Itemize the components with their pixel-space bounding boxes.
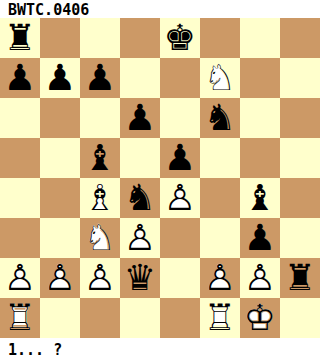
piece-outline: ♙ (84, 258, 116, 298)
square-g2[interactable]: ♟♙ (240, 258, 280, 298)
square-h4[interactable] (280, 178, 320, 218)
square-h2[interactable]: ♜ (280, 258, 320, 298)
piece-fill: ♜ (284, 258, 316, 298)
white-pawn[interactable]: ♟♙ (240, 258, 280, 298)
square-d6[interactable]: ♟ (120, 98, 160, 138)
white-pawn[interactable]: ♟♙ (200, 258, 240, 298)
white-knight[interactable]: ♞♘ (200, 58, 240, 98)
black-pawn[interactable]: ♟ (160, 138, 200, 178)
piece-fill: ♟ (4, 58, 36, 98)
white-bishop[interactable]: ♝♗ (80, 178, 120, 218)
white-pawn[interactable]: ♟♙ (120, 218, 160, 258)
square-h7[interactable] (280, 58, 320, 98)
square-e3[interactable] (160, 218, 200, 258)
piece-outline: ♙ (204, 258, 236, 298)
square-d8[interactable] (120, 18, 160, 58)
square-f4[interactable] (200, 178, 240, 218)
square-c2[interactable]: ♟♙ (80, 258, 120, 298)
square-b8[interactable] (40, 18, 80, 58)
square-e4[interactable]: ♟♙ (160, 178, 200, 218)
black-rook[interactable]: ♜ (0, 18, 40, 58)
piece-outline: ♘ (84, 218, 116, 258)
piece-fill: ♟ (124, 98, 156, 138)
square-e6[interactable] (160, 98, 200, 138)
white-pawn[interactable]: ♟♙ (160, 178, 200, 218)
piece-outline: ♙ (4, 258, 36, 298)
piece-fill: ♟ (164, 138, 196, 178)
black-bishop[interactable]: ♝ (80, 138, 120, 178)
piece-fill: ♟ (84, 58, 116, 98)
square-a5[interactable] (0, 138, 40, 178)
square-g5[interactable] (240, 138, 280, 178)
square-a4[interactable] (0, 178, 40, 218)
white-pawn[interactable]: ♟♙ (0, 258, 40, 298)
white-rook[interactable]: ♜♖ (200, 298, 240, 338)
square-g4[interactable]: ♝ (240, 178, 280, 218)
puzzle-title: BWTC.0406 (0, 0, 320, 18)
square-b3[interactable] (40, 218, 80, 258)
piece-outline: ♗ (84, 178, 116, 218)
square-e5[interactable]: ♟ (160, 138, 200, 178)
square-e7[interactable] (160, 58, 200, 98)
square-h1[interactable] (280, 298, 320, 338)
black-pawn[interactable]: ♟ (0, 58, 40, 98)
black-knight[interactable]: ♞ (200, 98, 240, 138)
square-f2[interactable]: ♟♙ (200, 258, 240, 298)
square-a8[interactable]: ♜ (0, 18, 40, 58)
white-king[interactable]: ♚♔ (240, 298, 280, 338)
piece-outline: ♙ (164, 178, 196, 218)
square-g3[interactable]: ♟ (240, 218, 280, 258)
square-d3[interactable]: ♟♙ (120, 218, 160, 258)
piece-fill: ♞ (204, 98, 236, 138)
black-pawn[interactable]: ♟ (80, 58, 120, 98)
square-f5[interactable] (200, 138, 240, 178)
square-c5[interactable]: ♝ (80, 138, 120, 178)
piece-fill: ♜ (4, 18, 36, 58)
black-pawn[interactable]: ♟ (120, 98, 160, 138)
square-g7[interactable] (240, 58, 280, 98)
piece-fill: ♝ (84, 138, 116, 178)
square-b1[interactable] (40, 298, 80, 338)
piece-outline: ♙ (44, 258, 76, 298)
white-knight[interactable]: ♞♘ (80, 218, 120, 258)
piece-outline: ♙ (244, 258, 276, 298)
piece-fill: ♛ (124, 258, 156, 298)
square-a3[interactable] (0, 218, 40, 258)
square-c7[interactable]: ♟ (80, 58, 120, 98)
white-rook[interactable]: ♜♖ (0, 298, 40, 338)
piece-fill: ♟ (44, 58, 76, 98)
square-a6[interactable] (0, 98, 40, 138)
white-pawn[interactable]: ♟♙ (80, 258, 120, 298)
square-h8[interactable] (280, 18, 320, 58)
square-b4[interactable] (40, 178, 80, 218)
piece-outline: ♔ (244, 298, 276, 338)
square-d1[interactable] (120, 298, 160, 338)
square-f6[interactable]: ♞ (200, 98, 240, 138)
square-d2[interactable]: ♛ (120, 258, 160, 298)
square-f8[interactable] (200, 18, 240, 58)
square-h6[interactable] (280, 98, 320, 138)
black-king[interactable]: ♚ (160, 18, 200, 58)
piece-outline: ♘ (204, 58, 236, 98)
square-g6[interactable] (240, 98, 280, 138)
square-d4[interactable]: ♞ (120, 178, 160, 218)
square-e1[interactable] (160, 298, 200, 338)
square-g1[interactable]: ♚♔ (240, 298, 280, 338)
move-prompt: 1... ? (0, 338, 320, 360)
square-d5[interactable] (120, 138, 160, 178)
piece-outline: ♖ (4, 298, 36, 338)
black-pawn[interactable]: ♟ (240, 218, 280, 258)
square-c6[interactable] (80, 98, 120, 138)
square-c8[interactable] (80, 18, 120, 58)
square-e2[interactable] (160, 258, 200, 298)
chess-board[interactable]: ♜♚♟♟♟♞♘♟♞♝♟♝♗♞♟♙♝♞♘♟♙♟♟♙♟♙♟♙♛♟♙♟♙♜♜♖♜♖♚♔ (0, 18, 320, 338)
square-f1[interactable]: ♜♖ (200, 298, 240, 338)
square-g8[interactable] (240, 18, 280, 58)
black-queen[interactable]: ♛ (120, 258, 160, 298)
black-pawn[interactable]: ♟ (40, 58, 80, 98)
piece-fill: ♝ (244, 178, 276, 218)
piece-fill: ♟ (244, 218, 276, 258)
black-rook[interactable]: ♜ (280, 258, 320, 298)
square-b7[interactable]: ♟ (40, 58, 80, 98)
square-c1[interactable] (80, 298, 120, 338)
square-h3[interactable] (280, 218, 320, 258)
piece-fill: ♚ (164, 18, 196, 58)
square-a7[interactable]: ♟ (0, 58, 40, 98)
puzzle-page: BWTC.0406 ♜♚♟♟♟♞♘♟♞♝♟♝♗♞♟♙♝♞♘♟♙♟♟♙♟♙♟♙♛♟… (0, 0, 320, 360)
square-a1[interactable]: ♜♖ (0, 298, 40, 338)
piece-fill: ♞ (124, 178, 156, 218)
black-knight[interactable]: ♞ (120, 178, 160, 218)
black-bishop[interactable]: ♝ (240, 178, 280, 218)
square-b6[interactable] (40, 98, 80, 138)
square-a2[interactable]: ♟♙ (0, 258, 40, 298)
square-c4[interactable]: ♝♗ (80, 178, 120, 218)
square-f3[interactable] (200, 218, 240, 258)
square-h5[interactable] (280, 138, 320, 178)
square-d7[interactable] (120, 58, 160, 98)
square-c3[interactable]: ♞♘ (80, 218, 120, 258)
white-pawn[interactable]: ♟♙ (40, 258, 80, 298)
piece-outline: ♖ (204, 298, 236, 338)
square-b5[interactable] (40, 138, 80, 178)
piece-outline: ♙ (124, 218, 156, 258)
square-b2[interactable]: ♟♙ (40, 258, 80, 298)
square-f7[interactable]: ♞♘ (200, 58, 240, 98)
square-e8[interactable]: ♚ (160, 18, 200, 58)
